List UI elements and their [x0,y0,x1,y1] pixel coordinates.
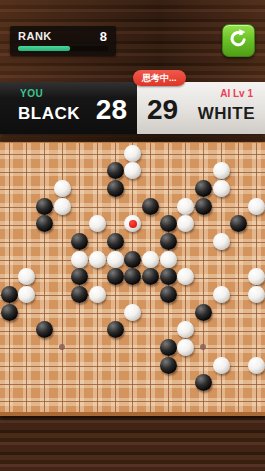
you-label: YOU [20,88,43,99]
white-stone [54,180,71,197]
white-stone [18,286,35,303]
restart-button[interactable] [222,24,255,57]
last-move-marker [129,220,137,228]
black-stone [160,215,177,232]
black-stone [195,180,212,197]
black-stone [160,268,177,285]
thinking-badge: 思考中... [133,70,186,86]
black-stone [160,357,177,374]
white-stone [177,268,194,285]
white-stone [177,215,194,232]
black-player-label: BLACK [18,104,80,124]
black-stone [195,304,212,321]
white-stone [248,268,265,285]
black-score-panel: YOU BLACK 28 [0,82,137,134]
white-stone [213,180,230,197]
scoreboard: YOU BLACK 28 29 AI Lv 1 WHITE 思考中... [0,82,265,134]
black-stone [142,198,159,215]
white-player-label: WHITE [198,104,255,124]
rank-value: 8 [100,29,107,44]
black-stone [36,215,53,232]
black-stone [107,180,124,197]
white-stone [124,145,141,162]
black-stone [71,268,88,285]
white-stone [177,321,194,338]
ai-level-label: AI Lv 1 [220,88,253,99]
rank-label: RANK [18,30,52,42]
black-stone [107,162,124,179]
white-stone [142,251,159,268]
white-stone [248,198,265,215]
refresh-icon [228,28,249,53]
black-stone [71,233,88,250]
black-stone [142,268,159,285]
black-stone [36,198,53,215]
black-stone [71,286,88,303]
black-stone [36,321,53,338]
white-score-panel: 29 AI Lv 1 WHITE [137,82,265,134]
black-stone [124,268,141,285]
white-stone [160,251,177,268]
black-stone [195,198,212,215]
star-point [59,344,65,350]
black-stone [1,286,18,303]
white-stone [213,357,230,374]
black-stone [1,304,18,321]
white-stone [89,286,106,303]
white-stone [177,198,194,215]
rank-panel: RANK 8 [10,26,116,56]
black-stone [195,374,212,391]
white-stone [177,339,194,356]
white-stone [89,251,106,268]
white-stone [248,286,265,303]
black-stone [160,339,177,356]
white-stone [107,251,124,268]
white-stone [54,198,71,215]
black-stone [107,321,124,338]
white-stone [71,251,88,268]
white-stone [248,357,265,374]
white-stone [124,304,141,321]
white-stone [213,162,230,179]
white-stone [124,215,141,232]
black-stone [230,215,247,232]
black-stone [160,233,177,250]
white-stone [18,268,35,285]
black-stone [124,251,141,268]
star-point [200,344,206,350]
rank-progress-fill [18,46,70,51]
game-board[interactable] [0,142,265,416]
black-stone [160,286,177,303]
black-stone [107,268,124,285]
white-stone [213,233,230,250]
wood-background-bottom [0,411,265,471]
white-stone [213,286,230,303]
white-score-value: 29 [147,94,178,126]
black-stone [107,233,124,250]
white-stone [124,162,141,179]
black-score-value: 28 [96,94,127,126]
white-stone [89,215,106,232]
rank-progress-track [18,46,108,51]
